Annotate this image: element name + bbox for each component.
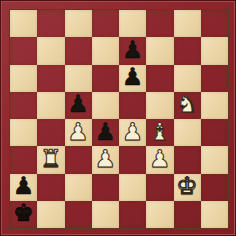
square-a8[interactable] — [10, 10, 37, 37]
square-a2[interactable]: ♟ — [10, 174, 37, 201]
square-e2[interactable] — [119, 174, 146, 201]
square-f1[interactable] — [146, 201, 173, 228]
piece-black-pawn-e7[interactable]: ♟ — [122, 38, 144, 62]
square-c6[interactable] — [65, 65, 92, 92]
square-c2[interactable] — [65, 174, 92, 201]
square-e3[interactable] — [119, 146, 146, 173]
square-b5[interactable] — [37, 92, 64, 119]
square-c3[interactable] — [65, 146, 92, 173]
square-g5[interactable]: ♞ — [174, 92, 201, 119]
piece-white-pawn-f3[interactable]: ♟ — [149, 147, 171, 171]
square-d8[interactable] — [92, 10, 119, 37]
square-d1[interactable] — [92, 201, 119, 228]
square-d2[interactable] — [92, 174, 119, 201]
square-b2[interactable] — [37, 174, 64, 201]
square-f4[interactable]: ♝ — [146, 119, 173, 146]
piece-black-pawn-c5[interactable]: ♟ — [67, 92, 89, 116]
square-f7[interactable] — [146, 37, 173, 64]
square-d6[interactable] — [92, 65, 119, 92]
square-c5[interactable]: ♟ — [65, 92, 92, 119]
board-frame: ♟♟♟♞♟♟♟♝♜♟♟♟♚♚ — [0, 0, 236, 236]
square-f8[interactable] — [146, 10, 173, 37]
piece-black-pawn-e6[interactable]: ♟ — [122, 65, 144, 89]
square-f2[interactable] — [146, 174, 173, 201]
square-g1[interactable] — [174, 201, 201, 228]
piece-white-pawn-c4[interactable]: ♟ — [67, 120, 89, 144]
square-e1[interactable] — [119, 201, 146, 228]
square-d5[interactable] — [92, 92, 119, 119]
square-e5[interactable] — [119, 92, 146, 119]
piece-black-king-a1[interactable]: ♚ — [13, 201, 35, 225]
square-g8[interactable] — [174, 10, 201, 37]
square-f5[interactable] — [146, 92, 173, 119]
square-h1[interactable] — [201, 201, 228, 228]
square-h3[interactable] — [201, 146, 228, 173]
square-e6[interactable]: ♟ — [119, 65, 146, 92]
piece-white-rook-b3[interactable]: ♜ — [40, 147, 62, 171]
square-g2[interactable]: ♚ — [174, 174, 201, 201]
piece-black-pawn-d4[interactable]: ♟ — [95, 120, 117, 144]
piece-white-knight-g5[interactable]: ♞ — [176, 92, 198, 116]
piece-black-pawn-a2[interactable]: ♟ — [13, 174, 35, 198]
square-g7[interactable] — [174, 37, 201, 64]
square-b6[interactable] — [37, 65, 64, 92]
square-h6[interactable] — [201, 65, 228, 92]
square-d4[interactable]: ♟ — [92, 119, 119, 146]
square-h7[interactable] — [201, 37, 228, 64]
square-b1[interactable] — [37, 201, 64, 228]
square-a4[interactable] — [10, 119, 37, 146]
square-h5[interactable] — [201, 92, 228, 119]
square-b3[interactable]: ♜ — [37, 146, 64, 173]
square-b8[interactable] — [37, 10, 64, 37]
square-c4[interactable]: ♟ — [65, 119, 92, 146]
square-g4[interactable] — [174, 119, 201, 146]
square-d3[interactable]: ♟ — [92, 146, 119, 173]
square-a7[interactable] — [10, 37, 37, 64]
square-h8[interactable] — [201, 10, 228, 37]
square-e8[interactable] — [119, 10, 146, 37]
square-a6[interactable] — [10, 65, 37, 92]
square-a3[interactable] — [10, 146, 37, 173]
square-c8[interactable] — [65, 10, 92, 37]
square-g3[interactable] — [174, 146, 201, 173]
piece-white-bishop-f4[interactable]: ♝ — [149, 120, 171, 144]
square-a5[interactable] — [10, 92, 37, 119]
chess-board: ♟♟♟♞♟♟♟♝♜♟♟♟♚♚ — [9, 9, 229, 229]
piece-white-pawn-e4[interactable]: ♟ — [122, 120, 144, 144]
square-f6[interactable] — [146, 65, 173, 92]
square-a1[interactable]: ♚ — [10, 201, 37, 228]
square-b7[interactable] — [37, 37, 64, 64]
square-h2[interactable] — [201, 174, 228, 201]
piece-white-king-g2[interactable]: ♚ — [176, 174, 198, 198]
square-b4[interactable] — [37, 119, 64, 146]
square-g6[interactable] — [174, 65, 201, 92]
square-e7[interactable]: ♟ — [119, 37, 146, 64]
square-d7[interactable] — [92, 37, 119, 64]
square-h4[interactable] — [201, 119, 228, 146]
square-f3[interactable]: ♟ — [146, 146, 173, 173]
square-c1[interactable] — [65, 201, 92, 228]
square-e4[interactable]: ♟ — [119, 119, 146, 146]
piece-white-pawn-d3[interactable]: ♟ — [95, 147, 117, 171]
square-c7[interactable] — [65, 37, 92, 64]
